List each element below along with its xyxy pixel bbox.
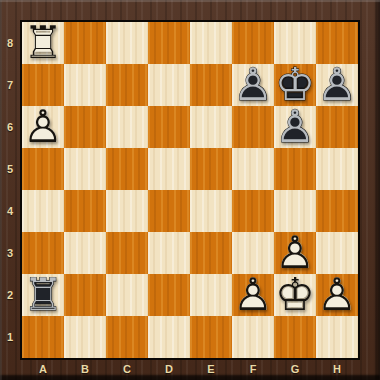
square-e6[interactable]: [190, 106, 232, 148]
black-pawn[interactable]: ♟♙: [316, 64, 358, 106]
piece-outline-layer: ♙: [232, 273, 274, 315]
black-king[interactable]: ♚♔: [274, 64, 316, 106]
square-e4[interactable]: [190, 190, 232, 232]
chess-app: ♜♖♟♙♚♔♟♙♟♙♟♙♟♙♜♖♟♙♚♔♟♙ 87654321 ABCDEFGH: [0, 0, 380, 380]
square-d2[interactable]: [148, 274, 190, 316]
piece-fill-layer: ♟: [274, 105, 316, 147]
square-a2[interactable]: ♜♖: [22, 274, 64, 316]
piece-outline-layer: ♙: [316, 63, 358, 105]
piece-fill-layer: ♜: [22, 21, 64, 63]
square-g5[interactable]: [274, 148, 316, 190]
square-d8[interactable]: [148, 22, 190, 64]
piece-fill-layer: ♟: [316, 273, 358, 315]
square-c3[interactable]: [106, 232, 148, 274]
square-h5[interactable]: [316, 148, 358, 190]
square-e2[interactable]: [190, 274, 232, 316]
black-rook[interactable]: ♜♖: [22, 274, 64, 316]
rank-label-1: 1: [0, 316, 20, 358]
square-e5[interactable]: [190, 148, 232, 190]
piece-outline-layer: ♙: [274, 231, 316, 273]
square-b5[interactable]: [64, 148, 106, 190]
square-h4[interactable]: [316, 190, 358, 232]
black-pawn[interactable]: ♟♙: [274, 106, 316, 148]
square-a1[interactable]: [22, 316, 64, 358]
piece-fill-layer: ♟: [274, 231, 316, 273]
piece-fill-layer: ♟: [316, 63, 358, 105]
square-g1[interactable]: [274, 316, 316, 358]
piece-outline-layer: ♙: [232, 63, 274, 105]
file-label-d: D: [148, 358, 190, 378]
file-label-b: B: [64, 358, 106, 378]
piece-fill-layer: ♜: [22, 273, 64, 315]
square-d1[interactable]: [148, 316, 190, 358]
black-pawn[interactable]: ♟♙: [232, 64, 274, 106]
square-d6[interactable]: [148, 106, 190, 148]
square-f4[interactable]: [232, 190, 274, 232]
white-pawn[interactable]: ♟♙: [232, 274, 274, 316]
square-h1[interactable]: [316, 316, 358, 358]
rank-label-5: 5: [0, 148, 20, 190]
square-b7[interactable]: [64, 64, 106, 106]
piece-fill-layer: ♚: [274, 63, 316, 105]
square-c8[interactable]: [106, 22, 148, 64]
square-g4[interactable]: [274, 190, 316, 232]
white-pawn[interactable]: ♟♙: [274, 232, 316, 274]
square-d3[interactable]: [148, 232, 190, 274]
square-f3[interactable]: [232, 232, 274, 274]
rank-labels: 87654321: [0, 22, 20, 358]
file-label-h: H: [316, 358, 358, 378]
white-pawn[interactable]: ♟♙: [316, 274, 358, 316]
piece-outline-layer: ♔: [274, 273, 316, 315]
piece-fill-layer: ♟: [22, 105, 64, 147]
square-h8[interactable]: [316, 22, 358, 64]
square-a6[interactable]: ♟♙: [22, 106, 64, 148]
piece-fill-layer: ♟: [232, 273, 274, 315]
square-h2[interactable]: ♟♙: [316, 274, 358, 316]
rank-label-2: 2: [0, 274, 20, 316]
square-b6[interactable]: [64, 106, 106, 148]
piece-fill-layer: ♚: [274, 273, 316, 315]
square-e8[interactable]: [190, 22, 232, 64]
square-g6[interactable]: ♟♙: [274, 106, 316, 148]
file-label-e: E: [190, 358, 232, 378]
square-e7[interactable]: [190, 64, 232, 106]
square-c5[interactable]: [106, 148, 148, 190]
file-label-f: F: [232, 358, 274, 378]
square-f8[interactable]: [232, 22, 274, 64]
square-f7[interactable]: ♟♙: [232, 64, 274, 106]
square-d7[interactable]: [148, 64, 190, 106]
square-f5[interactable]: [232, 148, 274, 190]
square-a3[interactable]: [22, 232, 64, 274]
square-a7[interactable]: [22, 64, 64, 106]
square-f6[interactable]: [232, 106, 274, 148]
square-d5[interactable]: [148, 148, 190, 190]
white-pawn[interactable]: ♟♙: [22, 106, 64, 148]
file-label-a: A: [22, 358, 64, 378]
square-h6[interactable]: [316, 106, 358, 148]
piece-outline-layer: ♙: [274, 105, 316, 147]
square-g3[interactable]: ♟♙: [274, 232, 316, 274]
square-c6[interactable]: [106, 106, 148, 148]
piece-outline-layer: ♖: [22, 273, 64, 315]
square-b1[interactable]: [64, 316, 106, 358]
square-b4[interactable]: [64, 190, 106, 232]
white-king[interactable]: ♚♔: [274, 274, 316, 316]
square-a8[interactable]: ♜♖: [22, 22, 64, 64]
square-b8[interactable]: [64, 22, 106, 64]
square-c4[interactable]: [106, 190, 148, 232]
file-labels: ABCDEFGH: [22, 358, 358, 378]
square-g7[interactable]: ♚♔: [274, 64, 316, 106]
square-c2[interactable]: [106, 274, 148, 316]
piece-outline-layer: ♙: [316, 273, 358, 315]
white-rook[interactable]: ♜♖: [22, 22, 64, 64]
board: ♜♖♟♙♚♔♟♙♟♙♟♙♟♙♜♖♟♙♚♔♟♙: [20, 20, 360, 360]
file-label-g: G: [274, 358, 316, 378]
piece-outline-layer: ♙: [22, 105, 64, 147]
square-f1[interactable]: [232, 316, 274, 358]
rank-label-4: 4: [0, 190, 20, 232]
file-label-c: C: [106, 358, 148, 378]
piece-outline-layer: ♔: [274, 63, 316, 105]
square-b2[interactable]: [64, 274, 106, 316]
square-b3[interactable]: [64, 232, 106, 274]
square-h3[interactable]: [316, 232, 358, 274]
square-h7[interactable]: ♟♙: [316, 64, 358, 106]
square-c1[interactable]: [106, 316, 148, 358]
square-c7[interactable]: [106, 64, 148, 106]
square-a4[interactable]: [22, 190, 64, 232]
square-d4[interactable]: [148, 190, 190, 232]
square-e1[interactable]: [190, 316, 232, 358]
square-g2[interactable]: ♚♔: [274, 274, 316, 316]
square-g8[interactable]: [274, 22, 316, 64]
rank-label-8: 8: [0, 22, 20, 64]
rank-label-3: 3: [0, 232, 20, 274]
piece-outline-layer: ♖: [22, 21, 64, 63]
square-e3[interactable]: [190, 232, 232, 274]
rank-label-7: 7: [0, 64, 20, 106]
square-f2[interactable]: ♟♙: [232, 274, 274, 316]
rank-label-6: 6: [0, 106, 20, 148]
piece-fill-layer: ♟: [232, 63, 274, 105]
square-a5[interactable]: [22, 148, 64, 190]
